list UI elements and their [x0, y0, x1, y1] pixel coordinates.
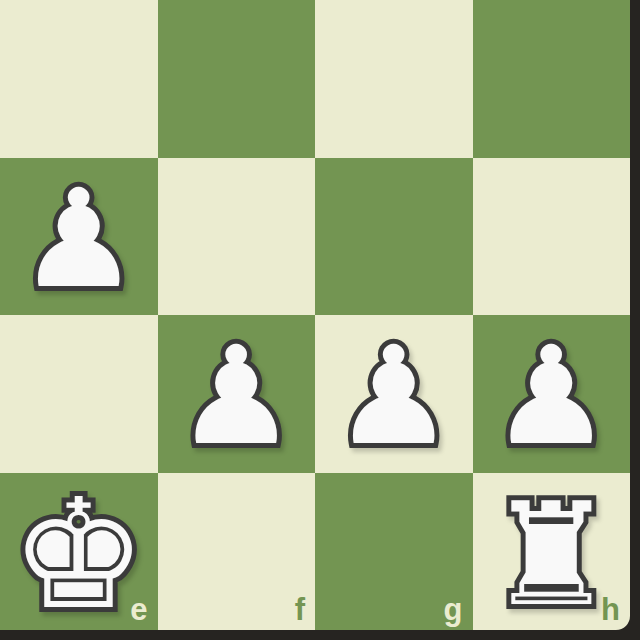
file-label-h: h — [601, 592, 620, 628]
app-background: ♟♟♟♟♚efg♜h — [0, 0, 640, 640]
square-e3[interactable]: ♟ — [0, 158, 158, 316]
square-h4[interactable] — [473, 0, 631, 158]
white-pawn[interactable]: ♟ — [158, 315, 316, 473]
square-f1[interactable]: f — [158, 473, 316, 631]
file-label-g: g — [444, 592, 463, 628]
square-g3[interactable] — [315, 158, 473, 316]
white-pawn[interactable]: ♟ — [473, 315, 631, 473]
square-e2[interactable] — [0, 315, 158, 473]
square-f4[interactable] — [158, 0, 316, 158]
square-f3[interactable] — [158, 158, 316, 316]
square-h1[interactable]: ♜h — [473, 473, 631, 631]
square-g2[interactable]: ♟ — [315, 315, 473, 473]
square-h2[interactable]: ♟ — [473, 315, 631, 473]
square-f2[interactable]: ♟ — [158, 315, 316, 473]
file-label-e: e — [130, 592, 147, 628]
square-e1[interactable]: ♚e — [0, 473, 158, 631]
square-e4[interactable] — [0, 0, 158, 158]
square-h3[interactable] — [473, 158, 631, 316]
square-g1[interactable]: g — [315, 473, 473, 631]
square-g4[interactable] — [315, 0, 473, 158]
white-pawn[interactable]: ♟ — [315, 315, 473, 473]
white-pawn[interactable]: ♟ — [0, 158, 158, 316]
file-label-f: f — [295, 592, 305, 628]
chess-board: ♟♟♟♟♚efg♜h — [0, 0, 630, 630]
